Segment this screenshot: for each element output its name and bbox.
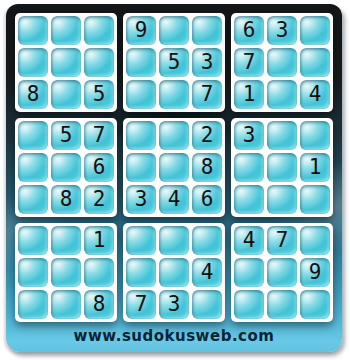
cell-r7c7[interactable]: 4: [234, 226, 264, 255]
cell-r3c8[interactable]: [267, 80, 297, 109]
cell-r1c9[interactable]: [300, 16, 330, 45]
cell-r2c9[interactable]: [300, 48, 330, 77]
cell-r6c8[interactable]: [267, 185, 297, 214]
cell-r4c1[interactable]: [18, 121, 48, 150]
sudoku-board: 8595376371457682283463118473479 www.sudo…: [6, 4, 342, 352]
cell-r3c3[interactable]: 5: [84, 80, 114, 109]
cell-r1c6[interactable]: [192, 16, 222, 45]
box-1-2: 9537: [123, 13, 225, 112]
cell-r3c5[interactable]: [159, 80, 189, 109]
box-3-1: 18: [15, 223, 117, 322]
cell-r8c9[interactable]: 9: [300, 258, 330, 287]
cell-r5c3[interactable]: 6: [84, 153, 114, 182]
cell-r9c8[interactable]: [267, 290, 297, 319]
cell-r2c5[interactable]: 5: [159, 48, 189, 77]
cell-r9c2[interactable]: [51, 290, 81, 319]
cell-r4c3[interactable]: 7: [84, 121, 114, 150]
cell-r1c4[interactable]: 9: [126, 16, 156, 45]
cell-r1c8[interactable]: 3: [267, 16, 297, 45]
cell-r8c1[interactable]: [18, 258, 48, 287]
cell-r1c5[interactable]: [159, 16, 189, 45]
cell-r2c1[interactable]: [18, 48, 48, 77]
cell-r6c1[interactable]: [18, 185, 48, 214]
box-1-1: 85: [15, 13, 117, 112]
cell-r5c9[interactable]: 1: [300, 153, 330, 182]
site-url: www.sudokusweb.com: [15, 322, 333, 352]
cell-r4c6[interactable]: 2: [192, 121, 222, 150]
cell-r4c7[interactable]: 3: [234, 121, 264, 150]
cell-r7c1[interactable]: [18, 226, 48, 255]
cell-r8c4[interactable]: [126, 258, 156, 287]
cell-r8c2[interactable]: [51, 258, 81, 287]
cell-r4c9[interactable]: [300, 121, 330, 150]
cell-r7c5[interactable]: [159, 226, 189, 255]
cell-r7c3[interactable]: 1: [84, 226, 114, 255]
cell-r6c3[interactable]: 2: [84, 185, 114, 214]
cell-r5c4[interactable]: [126, 153, 156, 182]
cell-r5c6[interactable]: 8: [192, 153, 222, 182]
cell-r2c7[interactable]: 7: [234, 48, 264, 77]
page: 8595376371457682283463118473479 www.sudo…: [0, 0, 350, 360]
cell-r9c4[interactable]: 7: [126, 290, 156, 319]
box-2-1: 57682: [15, 118, 117, 217]
cell-r4c4[interactable]: [126, 121, 156, 150]
cell-r2c2[interactable]: [51, 48, 81, 77]
cell-r9c1[interactable]: [18, 290, 48, 319]
cell-r6c7[interactable]: [234, 185, 264, 214]
cell-r1c1[interactable]: [18, 16, 48, 45]
cell-r5c5[interactable]: [159, 153, 189, 182]
cell-r3c2[interactable]: [51, 80, 81, 109]
cell-r5c8[interactable]: [267, 153, 297, 182]
cell-r7c4[interactable]: [126, 226, 156, 255]
cell-r4c8[interactable]: [267, 121, 297, 150]
cell-r7c8[interactable]: 7: [267, 226, 297, 255]
cell-r8c3[interactable]: [84, 258, 114, 287]
cell-r2c4[interactable]: [126, 48, 156, 77]
cell-r6c9[interactable]: [300, 185, 330, 214]
cell-r2c8[interactable]: [267, 48, 297, 77]
sudoku-grid: 8595376371457682283463118473479: [15, 13, 333, 322]
cell-r1c2[interactable]: [51, 16, 81, 45]
cell-r8c7[interactable]: [234, 258, 264, 287]
cell-r3c6[interactable]: 7: [192, 80, 222, 109]
cell-r3c4[interactable]: [126, 80, 156, 109]
cell-r1c3[interactable]: [84, 16, 114, 45]
cell-r5c1[interactable]: [18, 153, 48, 182]
cell-r9c7[interactable]: [234, 290, 264, 319]
cell-r3c7[interactable]: 1: [234, 80, 264, 109]
box-3-2: 473: [123, 223, 225, 322]
box-2-3: 31: [231, 118, 333, 217]
box-1-3: 63714: [231, 13, 333, 112]
cell-r9c5[interactable]: 3: [159, 290, 189, 319]
cell-r8c5[interactable]: [159, 258, 189, 287]
cell-r2c6[interactable]: 3: [192, 48, 222, 77]
cell-r6c4[interactable]: 3: [126, 185, 156, 214]
cell-r3c9[interactable]: 4: [300, 80, 330, 109]
cell-r6c5[interactable]: 4: [159, 185, 189, 214]
cell-r7c6[interactable]: [192, 226, 222, 255]
cell-r7c9[interactable]: [300, 226, 330, 255]
cell-r4c5[interactable]: [159, 121, 189, 150]
box-2-2: 28346: [123, 118, 225, 217]
cell-r8c8[interactable]: [267, 258, 297, 287]
cell-r2c3[interactable]: [84, 48, 114, 77]
cell-r9c6[interactable]: [192, 290, 222, 319]
cell-r5c7[interactable]: [234, 153, 264, 182]
cell-r7c2[interactable]: [51, 226, 81, 255]
cell-r8c6[interactable]: 4: [192, 258, 222, 287]
cell-r4c2[interactable]: 5: [51, 121, 81, 150]
cell-r9c3[interactable]: 8: [84, 290, 114, 319]
box-3-3: 479: [231, 223, 333, 322]
cell-r5c2[interactable]: [51, 153, 81, 182]
cell-r3c1[interactable]: 8: [18, 80, 48, 109]
cell-r1c7[interactable]: 6: [234, 16, 264, 45]
cell-r6c2[interactable]: 8: [51, 185, 81, 214]
cell-r9c9[interactable]: [300, 290, 330, 319]
cell-r6c6[interactable]: 6: [192, 185, 222, 214]
